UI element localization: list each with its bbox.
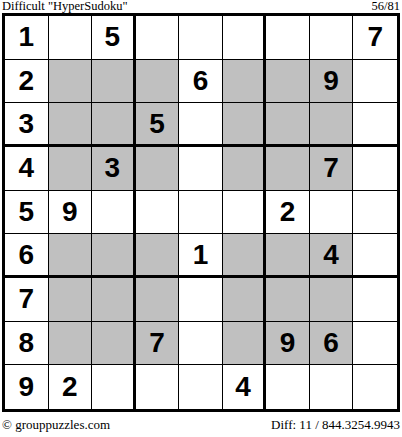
cell-r6c2[interactable] (49, 234, 93, 278)
cell-r9c3[interactable] (92, 365, 136, 409)
cell-r3c6[interactable] (223, 103, 267, 147)
cell-r5c5[interactable] (179, 191, 223, 235)
cell-r7c2[interactable] (49, 278, 93, 322)
cell-r7c9[interactable] (353, 278, 397, 322)
cell-r2c3[interactable] (92, 60, 136, 104)
cell-r7c3[interactable] (92, 278, 136, 322)
cell-r5c2[interactable]: 9 (49, 191, 93, 235)
cell-r8c7[interactable]: 9 (266, 322, 310, 366)
cell-r7c6[interactable] (223, 278, 267, 322)
cell-r4c3[interactable]: 3 (92, 147, 136, 191)
cell-r4c7[interactable] (266, 147, 310, 191)
cell-r8c2[interactable] (49, 322, 93, 366)
cell-r4c8[interactable]: 7 (310, 147, 354, 191)
cell-r8c1[interactable]: 8 (5, 322, 49, 366)
cell-r9c9[interactable] (353, 365, 397, 409)
cell-r6c3[interactable] (92, 234, 136, 278)
footer: © grouppuzzles.com Diff: 11 / 844.3254.9… (2, 417, 400, 435)
cell-r7c4[interactable] (136, 278, 180, 322)
cell-r1c6[interactable] (223, 16, 267, 60)
copyright-text: © grouppuzzles.com (2, 417, 110, 433)
cell-r1c5[interactable] (179, 16, 223, 60)
cell-r5c9[interactable] (353, 191, 397, 235)
cell-r3c8[interactable] (310, 103, 354, 147)
cell-r5c1[interactable]: 5 (5, 191, 49, 235)
cell-r9c1[interactable]: 9 (5, 365, 49, 409)
cell-r4c9[interactable] (353, 147, 397, 191)
cell-r6c5[interactable]: 1 (179, 234, 223, 278)
cell-r8c9[interactable] (353, 322, 397, 366)
cell-r3c9[interactable] (353, 103, 397, 147)
cell-r2c4[interactable] (136, 60, 180, 104)
cell-r9c7[interactable] (266, 365, 310, 409)
sudoku-grid: 1572693543759261478796924 (2, 13, 400, 412)
cell-r9c4[interactable] (136, 365, 180, 409)
cell-r5c3[interactable] (92, 191, 136, 235)
cell-r1c9[interactable]: 7 (353, 16, 397, 60)
cell-r5c7[interactable]: 2 (266, 191, 310, 235)
cell-r1c3[interactable]: 5 (92, 16, 136, 60)
cell-r1c8[interactable] (310, 16, 354, 60)
cell-r4c2[interactable] (49, 147, 93, 191)
cell-r9c2[interactable]: 2 (49, 365, 93, 409)
cell-r8c6[interactable] (223, 322, 267, 366)
cell-r4c1[interactable]: 4 (5, 147, 49, 191)
difficulty-text: Diff: 11 / 844.3254.9943 (271, 417, 400, 433)
cell-r9c6[interactable]: 4 (223, 365, 267, 409)
cell-r1c1[interactable]: 1 (5, 16, 49, 60)
cell-r2c7[interactable] (266, 60, 310, 104)
cell-r4c6[interactable] (223, 147, 267, 191)
cell-r1c2[interactable] (49, 16, 93, 60)
cell-r3c5[interactable] (179, 103, 223, 147)
cell-r6c4[interactable] (136, 234, 180, 278)
cell-r9c8[interactable] (310, 365, 354, 409)
cell-r1c7[interactable] (266, 16, 310, 60)
cell-r2c9[interactable] (353, 60, 397, 104)
cell-r2c6[interactable] (223, 60, 267, 104)
cell-r8c5[interactable] (179, 322, 223, 366)
header: Difficult "HyperSudoku" 56/81 (2, 0, 400, 13)
cell-r6c7[interactable] (266, 234, 310, 278)
cell-r3c7[interactable] (266, 103, 310, 147)
cell-r3c2[interactable] (49, 103, 93, 147)
cell-r6c8[interactable]: 4 (310, 234, 354, 278)
cell-r7c8[interactable] (310, 278, 354, 322)
cell-r7c5[interactable] (179, 278, 223, 322)
cell-r2c2[interactable] (49, 60, 93, 104)
cell-r5c4[interactable] (136, 191, 180, 235)
cell-r9c5[interactable] (179, 365, 223, 409)
cell-r2c1[interactable]: 2 (5, 60, 49, 104)
cell-r3c1[interactable]: 3 (5, 103, 49, 147)
cell-r5c8[interactable] (310, 191, 354, 235)
cell-r6c1[interactable]: 6 (5, 234, 49, 278)
cell-r8c3[interactable] (92, 322, 136, 366)
cell-r3c3[interactable] (92, 103, 136, 147)
cell-r3c4[interactable]: 5 (136, 103, 180, 147)
cell-r4c4[interactable] (136, 147, 180, 191)
cell-r6c9[interactable] (353, 234, 397, 278)
cell-r5c6[interactable] (223, 191, 267, 235)
cell-r7c7[interactable] (266, 278, 310, 322)
puzzle-title: Difficult "HyperSudoku" (2, 0, 128, 13)
cell-r6c6[interactable] (223, 234, 267, 278)
cell-r2c5[interactable]: 6 (179, 60, 223, 104)
clue-counter: 56/81 (372, 0, 400, 13)
cell-r8c8[interactable]: 6 (310, 322, 354, 366)
cell-r4c5[interactable] (179, 147, 223, 191)
cell-r2c8[interactable]: 9 (310, 60, 354, 104)
cell-r7c1[interactable]: 7 (5, 278, 49, 322)
cell-r8c4[interactable]: 7 (136, 322, 180, 366)
cell-r1c4[interactable] (136, 16, 180, 60)
